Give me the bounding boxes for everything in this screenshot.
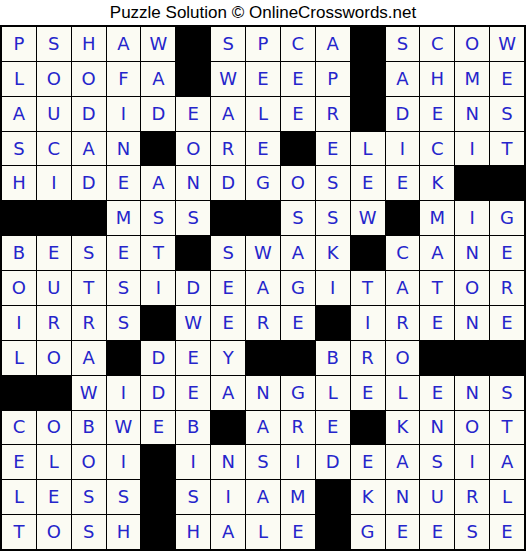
black-cell-r6c3	[72, 201, 106, 235]
letter-cell-r7c13: A	[420, 236, 454, 270]
letter-cell-r14c8: A	[246, 480, 280, 514]
black-cell-r4c5	[141, 132, 175, 166]
letter-cell-r1c12: S	[386, 27, 420, 61]
letter-cell-r3c3: D	[72, 97, 106, 131]
letter-cell-r8c3: T	[72, 271, 106, 305]
letter-cell-r12c1: C	[2, 411, 36, 445]
letter-cell-r11c10: L	[316, 376, 350, 410]
letter-cell-r9c1: I	[2, 306, 36, 340]
letter-cell-r11c4: I	[107, 376, 141, 410]
letter-cell-r15c2: O	[37, 515, 71, 549]
letter-cell-r11c5: D	[141, 376, 175, 410]
letter-cell-r5c3: D	[72, 166, 106, 200]
letter-cell-r15c8: L	[246, 515, 280, 549]
letter-cell-r1c3: H	[72, 27, 106, 61]
letter-cell-r6c13: M	[420, 201, 454, 235]
letter-cell-r14c4: S	[107, 480, 141, 514]
letter-cell-r3c7: A	[211, 97, 245, 131]
letter-cell-r14c14: R	[455, 480, 489, 514]
black-cell-r6c8	[246, 201, 280, 235]
letter-cell-r6c5: S	[141, 201, 175, 235]
black-cell-r4c9	[281, 132, 315, 166]
letter-cell-r6c11: W	[351, 201, 385, 235]
letter-cell-r14c13: U	[420, 480, 454, 514]
letter-cell-r5c1: H	[2, 166, 36, 200]
letter-cell-r10c5: D	[141, 341, 175, 375]
letter-cell-r1c1: P	[2, 27, 36, 61]
black-cell-r12c7	[211, 411, 245, 445]
letter-cell-r2c13: H	[420, 62, 454, 96]
letter-cell-r2c14: M	[455, 62, 489, 96]
letter-cell-r6c14: I	[455, 201, 489, 235]
letter-cell-r4c12: I	[386, 132, 420, 166]
letter-cell-r9c13: E	[420, 306, 454, 340]
letter-cell-r12c13: N	[420, 411, 454, 445]
letter-cell-r11c3: W	[72, 376, 106, 410]
letter-cell-r8c2: U	[37, 271, 71, 305]
black-cell-r5c15	[490, 166, 524, 200]
letter-cell-r6c4: M	[107, 201, 141, 235]
letter-cell-r12c2: O	[37, 411, 71, 445]
letter-cell-r4c6: O	[176, 132, 210, 166]
black-cell-r10c4	[107, 341, 141, 375]
letter-cell-r15c14: S	[455, 515, 489, 549]
letter-cell-r8c7: E	[211, 271, 245, 305]
letter-cell-r2c2: O	[37, 62, 71, 96]
letter-cell-r4c15: T	[490, 132, 524, 166]
letter-cell-r8c15: R	[490, 271, 524, 305]
letter-cell-r15c11: G	[351, 515, 385, 549]
letter-cell-r3c1: A	[2, 97, 36, 131]
black-cell-r14c10	[316, 480, 350, 514]
letter-cell-r4c14: I	[455, 132, 489, 166]
letter-cell-r5c8: G	[246, 166, 280, 200]
letter-cell-r7c2: E	[37, 236, 71, 270]
letter-cell-r8c13: T	[420, 271, 454, 305]
letter-cell-r15c15: E	[490, 515, 524, 549]
letter-cell-r7c7: S	[211, 236, 245, 270]
page-title: Puzzle Solution © OnlineCrosswords.net	[110, 3, 416, 23]
black-cell-r7c11	[351, 236, 385, 270]
letter-cell-r2c5: A	[141, 62, 175, 96]
letter-cell-r15c4: H	[107, 515, 141, 549]
letter-cell-r13c9: I	[281, 445, 315, 479]
letter-cell-r10c12: O	[386, 341, 420, 375]
letter-cell-r12c8: A	[246, 411, 280, 445]
letter-cell-r2c1: L	[2, 62, 36, 96]
letter-cell-r3c14: N	[455, 97, 489, 131]
letter-cell-r1c2: S	[37, 27, 71, 61]
letter-cell-r10c3: A	[72, 341, 106, 375]
letter-cell-r8c4: S	[107, 271, 141, 305]
letter-cell-r12c3: B	[72, 411, 106, 445]
letter-cell-r14c2: E	[37, 480, 71, 514]
black-cell-r9c5	[141, 306, 175, 340]
black-cell-r6c1	[2, 201, 36, 235]
letter-cell-r8c1: O	[2, 271, 36, 305]
letter-cell-r5c13: K	[420, 166, 454, 200]
letter-cell-r13c2: L	[37, 445, 71, 479]
letter-cell-r4c4: N	[107, 132, 141, 166]
black-cell-r13c5	[141, 445, 175, 479]
letter-cell-r8c8: A	[246, 271, 280, 305]
letter-cell-r7c4: E	[107, 236, 141, 270]
letter-cell-r10c7: Y	[211, 341, 245, 375]
letter-cell-r4c7: R	[211, 132, 245, 166]
letter-cell-r12c5: E	[141, 411, 175, 445]
black-cell-r14c5	[141, 480, 175, 514]
letter-cell-r8c11: T	[351, 271, 385, 305]
letter-cell-r5c2: I	[37, 166, 71, 200]
letter-cell-r10c11: R	[351, 341, 385, 375]
letter-cell-r4c8: E	[246, 132, 280, 166]
black-cell-r3c11	[351, 97, 385, 131]
letter-cell-r1c8: P	[246, 27, 280, 61]
letter-cell-r11c8: N	[246, 376, 280, 410]
letter-cell-r11c12: L	[386, 376, 420, 410]
letter-cell-r6c9: S	[281, 201, 315, 235]
letter-cell-r2c8: E	[246, 62, 280, 96]
letter-cell-r10c2: O	[37, 341, 71, 375]
title-bar: Puzzle Solution © OnlineCrosswords.net	[0, 0, 526, 25]
letter-cell-r15c6: H	[176, 515, 210, 549]
letter-cell-r13c1: E	[2, 445, 36, 479]
letter-cell-r3c12: D	[386, 97, 420, 131]
letter-cell-r9c7: E	[211, 306, 245, 340]
black-cell-r10c13	[420, 341, 454, 375]
letter-cell-r12c9: R	[281, 411, 315, 445]
letter-cell-r7c14: N	[455, 236, 489, 270]
letter-cell-r11c14: N	[455, 376, 489, 410]
letter-cell-r3c8: L	[246, 97, 280, 131]
letter-cell-r8c14: O	[455, 271, 489, 305]
letter-cell-r7c9: A	[281, 236, 315, 270]
black-cell-r5c14	[455, 166, 489, 200]
letter-cell-r2c12: A	[386, 62, 420, 96]
letter-cell-r10c10: B	[316, 341, 350, 375]
letter-cell-r5c6: N	[176, 166, 210, 200]
black-cell-r15c5	[141, 515, 175, 549]
letter-cell-r3c5: D	[141, 97, 175, 131]
black-cell-r2c11	[351, 62, 385, 96]
letter-cell-r7c15: E	[490, 236, 524, 270]
letter-cell-r5c10: S	[316, 166, 350, 200]
letter-cell-r3c2: U	[37, 97, 71, 131]
letter-cell-r7c12: C	[386, 236, 420, 270]
letter-cell-r11c11: E	[351, 376, 385, 410]
letter-cell-r9c15: E	[490, 306, 524, 340]
letter-cell-r8c10: I	[316, 271, 350, 305]
letter-cell-r15c1: T	[2, 515, 36, 549]
letter-cell-r4c13: C	[420, 132, 454, 166]
letter-cell-r8c9: G	[281, 271, 315, 305]
letter-cell-r2c4: F	[107, 62, 141, 96]
letter-cell-r3c13: E	[420, 97, 454, 131]
letter-cell-r3c4: I	[107, 97, 141, 131]
letter-cell-r2c9: E	[281, 62, 315, 96]
letter-cell-r5c5: A	[141, 166, 175, 200]
letter-cell-r1c14: O	[455, 27, 489, 61]
letter-cell-r14c7: I	[211, 480, 245, 514]
black-cell-r6c12	[386, 201, 420, 235]
letter-cell-r8c5: I	[141, 271, 175, 305]
letter-cell-r13c3: O	[72, 445, 106, 479]
letter-cell-r5c7: D	[211, 166, 245, 200]
black-cell-r10c8	[246, 341, 280, 375]
letter-cell-r13c6: I	[176, 445, 210, 479]
letter-cell-r1c10: A	[316, 27, 350, 61]
letter-cell-r5c9: O	[281, 166, 315, 200]
letter-cell-r13c14: I	[455, 445, 489, 479]
letter-cell-r14c1: L	[2, 480, 36, 514]
letter-cell-r9c14: N	[455, 306, 489, 340]
black-cell-r2c6	[176, 62, 210, 96]
letter-cell-r9c11: I	[351, 306, 385, 340]
letter-cell-r2c10: P	[316, 62, 350, 96]
letter-cell-r12c4: W	[107, 411, 141, 445]
letter-cell-r13c7: N	[211, 445, 245, 479]
letter-cell-r1c5: W	[141, 27, 175, 61]
letter-cell-r13c15: A	[490, 445, 524, 479]
letter-cell-r5c12: E	[386, 166, 420, 200]
letter-cell-r12c12: K	[386, 411, 420, 445]
black-cell-r10c14	[455, 341, 489, 375]
black-cell-r7c6	[176, 236, 210, 270]
black-cell-r1c6	[176, 27, 210, 61]
letter-cell-r11c9: G	[281, 376, 315, 410]
letter-cell-r1c7: S	[211, 27, 245, 61]
black-cell-r10c9	[281, 341, 315, 375]
letter-cell-r2c15: E	[490, 62, 524, 96]
letter-cell-r9c6: W	[176, 306, 210, 340]
letter-cell-r3c10: R	[316, 97, 350, 131]
letter-cell-r9c4: S	[107, 306, 141, 340]
letter-cell-r4c10: E	[316, 132, 350, 166]
black-cell-r12c11	[351, 411, 385, 445]
letter-cell-r4c11: L	[351, 132, 385, 166]
letter-cell-r6c10: S	[316, 201, 350, 235]
letter-cell-r4c3: A	[72, 132, 106, 166]
letter-cell-r15c12: E	[386, 515, 420, 549]
black-cell-r6c2	[37, 201, 71, 235]
letter-cell-r15c9: E	[281, 515, 315, 549]
letter-cell-r9c3: R	[72, 306, 106, 340]
letter-cell-r9c12: R	[386, 306, 420, 340]
letter-cell-r13c13: S	[420, 445, 454, 479]
letter-cell-r6c15: G	[490, 201, 524, 235]
letter-cell-r13c8: S	[246, 445, 280, 479]
letter-cell-r8c12: A	[386, 271, 420, 305]
letter-cell-r7c8: W	[246, 236, 280, 270]
letter-cell-r1c9: C	[281, 27, 315, 61]
letter-cell-r12c10: E	[316, 411, 350, 445]
letter-cell-r7c3: S	[72, 236, 106, 270]
letter-cell-r6c6: S	[176, 201, 210, 235]
letter-cell-r13c10: D	[316, 445, 350, 479]
letter-cell-r10c1: L	[2, 341, 36, 375]
letter-cell-r13c4: I	[107, 445, 141, 479]
letter-cell-r11c13: E	[420, 376, 454, 410]
letter-cell-r10c6: E	[176, 341, 210, 375]
letter-cell-r15c3: S	[72, 515, 106, 549]
letter-cell-r7c1: B	[2, 236, 36, 270]
letter-cell-r15c13: E	[420, 515, 454, 549]
letter-cell-r14c3: S	[72, 480, 106, 514]
letter-cell-r7c5: T	[141, 236, 175, 270]
black-cell-r11c2	[37, 376, 71, 410]
letter-cell-r12c14: O	[455, 411, 489, 445]
letter-cell-r14c11: K	[351, 480, 385, 514]
letter-cell-r4c2: C	[37, 132, 71, 166]
letter-cell-r5c11: E	[351, 166, 385, 200]
letter-cell-r3c9: E	[281, 97, 315, 131]
letter-cell-r7c10: K	[316, 236, 350, 270]
letter-cell-r3c6: E	[176, 97, 210, 131]
crossword-grid: PSHAWSPCASCOWLOOFAWEEPAHMEAUDIDEALERDENS…	[0, 25, 526, 551]
black-cell-r6c7	[211, 201, 245, 235]
letter-cell-r11c15: S	[490, 376, 524, 410]
letter-cell-r9c8: R	[246, 306, 280, 340]
letter-cell-r14c15: L	[490, 480, 524, 514]
letter-cell-r9c9: E	[281, 306, 315, 340]
black-cell-r11c1	[2, 376, 36, 410]
letter-cell-r15c7: A	[211, 515, 245, 549]
letter-cell-r3c15: S	[490, 97, 524, 131]
letter-cell-r14c9: M	[281, 480, 315, 514]
letter-cell-r13c12: A	[386, 445, 420, 479]
letter-cell-r4c1: S	[2, 132, 36, 166]
letter-cell-r11c7: A	[211, 376, 245, 410]
letter-cell-r9c2: R	[37, 306, 71, 340]
letter-cell-r8c6: D	[176, 271, 210, 305]
letter-cell-r14c6: S	[176, 480, 210, 514]
letter-cell-r13c11: E	[351, 445, 385, 479]
letter-cell-r11c6: E	[176, 376, 210, 410]
letter-cell-r1c4: A	[107, 27, 141, 61]
letter-cell-r12c15: T	[490, 411, 524, 445]
letter-cell-r14c12: N	[386, 480, 420, 514]
letter-cell-r1c13: C	[420, 27, 454, 61]
black-cell-r1c11	[351, 27, 385, 61]
letter-cell-r2c3: O	[72, 62, 106, 96]
black-cell-r15c10	[316, 515, 350, 549]
letter-cell-r2c7: W	[211, 62, 245, 96]
black-cell-r10c15	[490, 341, 524, 375]
letter-cell-r5c4: E	[107, 166, 141, 200]
letter-cell-r1c15: W	[490, 27, 524, 61]
black-cell-r9c10	[316, 306, 350, 340]
letter-cell-r12c6: B	[176, 411, 210, 445]
